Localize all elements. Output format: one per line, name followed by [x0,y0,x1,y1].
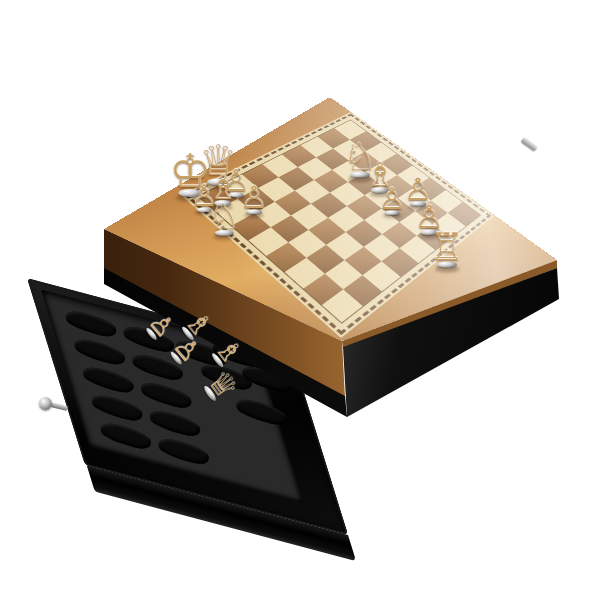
piece-base [384,210,400,215]
drawer-piece[interactable]: ♕ [200,366,241,406]
drawer-piece[interactable]: ♙ [166,333,203,370]
queen-glyph: ♕ [204,366,242,404]
piece-base [246,209,262,214]
drawer-knob[interactable] [39,397,52,410]
pieces-layer: ♔♕♙♙♗♙♘♘♗♙♙♙♖♙♗♙♗♕ [0,0,600,600]
pawn-glyph: ♙ [145,309,178,342]
pawn-glyph: ♙ [379,185,406,213]
pawn-glyph: ♙ [169,333,204,368]
chess-piece[interactable]: ♘ [208,200,240,236]
pawn-glyph: ♙ [240,183,268,212]
chess-piece[interactable]: ♙ [240,183,268,214]
chess-piece[interactable]: ♙ [379,185,406,215]
drawer-piece[interactable]: ♙ [142,309,178,344]
chess-set-photo: ♔♕♙♙♗♙♘♘♗♙♙♙♖♙♗♙♗♕ [0,0,600,600]
piece-base [215,230,234,236]
rook-glyph: ♖ [430,230,464,265]
knight-glyph: ♘ [208,200,240,233]
chess-piece[interactable]: ♖ [430,230,464,268]
